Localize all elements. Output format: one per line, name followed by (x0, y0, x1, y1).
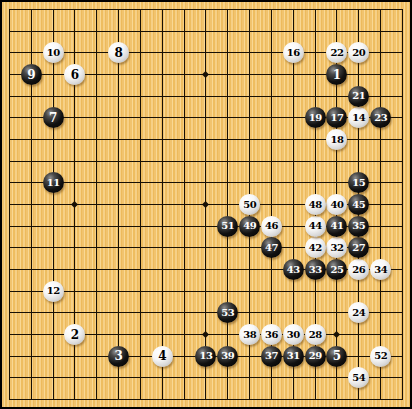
stone-black-move-37: 37 (261, 346, 282, 367)
stone-white-move-26: 26 (348, 259, 369, 280)
stone-white-move-24: 24 (348, 302, 369, 323)
star-point (202, 331, 209, 338)
stone-white-move-22: 22 (326, 42, 347, 63)
stone-black-move-15: 15 (348, 172, 369, 193)
grid-line-horizontal (9, 399, 403, 400)
stone-black-move-47: 47 (261, 237, 282, 258)
star-point (202, 71, 209, 78)
stone-black-move-27: 27 (348, 237, 369, 258)
star-point (71, 201, 78, 208)
grid-line-horizontal (9, 377, 403, 378)
stone-black-move-41: 41 (326, 216, 347, 237)
stone-white-move-12: 12 (43, 281, 64, 302)
stone-white-move-6: 6 (64, 64, 85, 85)
stone-white-move-16: 16 (283, 42, 304, 63)
grid-line-vertical (227, 9, 228, 400)
stone-white-move-30: 30 (283, 324, 304, 345)
stone-black-move-21: 21 (348, 86, 369, 107)
stone-white-move-10: 10 (43, 42, 64, 63)
stone-white-move-20: 20 (348, 42, 369, 63)
stone-white-move-42: 42 (305, 237, 326, 258)
grid-line-horizontal (9, 291, 403, 292)
stone-black-move-9: 9 (21, 64, 42, 85)
stone-white-move-40: 40 (326, 194, 347, 215)
stone-white-move-54: 54 (348, 367, 369, 388)
grid-line-horizontal (9, 312, 403, 313)
stone-white-move-46: 46 (261, 216, 282, 237)
stone-white-move-8: 8 (108, 42, 129, 63)
grid-line-vertical (402, 9, 403, 400)
stone-black-move-29: 29 (305, 346, 326, 367)
stone-white-move-36: 36 (261, 324, 282, 345)
stone-black-move-3: 3 (108, 346, 129, 367)
stone-black-move-35: 35 (348, 216, 369, 237)
stone-black-move-43: 43 (283, 259, 304, 280)
stone-white-move-34: 34 (370, 259, 391, 280)
stone-black-move-25: 25 (326, 259, 347, 280)
star-point (202, 201, 209, 208)
stone-black-move-5: 5 (326, 346, 347, 367)
stone-white-move-44: 44 (305, 216, 326, 237)
stone-black-move-31: 31 (283, 346, 304, 367)
stone-black-move-17: 17 (326, 107, 347, 128)
stone-black-move-19: 19 (305, 107, 326, 128)
stone-white-move-4: 4 (152, 346, 173, 367)
stone-white-move-50: 50 (239, 194, 260, 215)
stone-black-move-11: 11 (43, 172, 64, 193)
star-point (333, 331, 340, 338)
stone-black-move-7: 7 (43, 107, 64, 128)
stone-white-move-38: 38 (239, 324, 260, 345)
stone-black-move-1: 1 (326, 64, 347, 85)
stone-white-move-18: 18 (326, 129, 347, 150)
go-board[interactable]: 1234567891011121314151617181920212223242… (0, 0, 412, 409)
stone-black-move-13: 13 (195, 346, 216, 367)
stone-white-move-28: 28 (305, 324, 326, 345)
stone-white-move-48: 48 (305, 194, 326, 215)
stone-black-move-45: 45 (348, 194, 369, 215)
stone-black-move-23: 23 (370, 107, 391, 128)
stone-white-move-52: 52 (370, 346, 391, 367)
stone-black-move-49: 49 (239, 216, 260, 237)
stone-white-move-14: 14 (348, 107, 369, 128)
stone-black-move-39: 39 (217, 346, 238, 367)
stone-black-move-53: 53 (217, 302, 238, 323)
stone-white-move-2: 2 (64, 324, 85, 345)
grid-line-vertical (380, 9, 381, 400)
stone-white-move-32: 32 (326, 237, 347, 258)
stone-black-move-51: 51 (217, 216, 238, 237)
stone-black-move-33: 33 (305, 259, 326, 280)
